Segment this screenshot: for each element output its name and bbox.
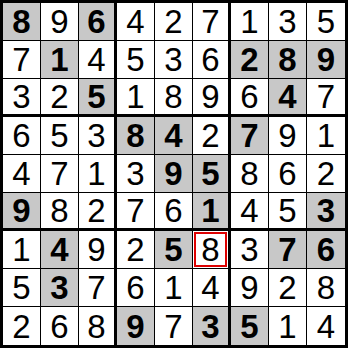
cell-r1c8[interactable]: 3 bbox=[269, 3, 307, 41]
cell-r2c6[interactable]: 6 bbox=[193, 41, 231, 79]
cell-r2c3[interactable]: 4 bbox=[79, 41, 117, 79]
cell-r8c9[interactable]: 8 bbox=[307, 269, 345, 307]
cell-r8c2[interactable]: 3 bbox=[41, 269, 79, 307]
cell-r2c1[interactable]: 7 bbox=[3, 41, 41, 79]
cell-r1c9[interactable]: 5 bbox=[307, 3, 345, 41]
cell-r1c1[interactable]: 8 bbox=[3, 3, 41, 41]
cell-r5c6[interactable]: 5 bbox=[193, 155, 231, 193]
cell-r9c5[interactable]: 7 bbox=[155, 307, 193, 345]
cell-r5c2[interactable]: 7 bbox=[41, 155, 79, 193]
cell-r7c9[interactable]: 6 bbox=[307, 231, 345, 269]
cell-r3c3[interactable]: 5 bbox=[79, 79, 117, 117]
cell-r9c8[interactable]: 1 bbox=[269, 307, 307, 345]
cell-r7c3[interactable]: 9 bbox=[79, 231, 117, 269]
cell-r3c9[interactable]: 7 bbox=[307, 79, 345, 117]
cell-r5c7[interactable]: 8 bbox=[231, 155, 269, 193]
cell-r3c2[interactable]: 2 bbox=[41, 79, 79, 117]
cell-r3c4[interactable]: 1 bbox=[117, 79, 155, 117]
cell-r7c8[interactable]: 7 bbox=[269, 231, 307, 269]
cell-r1c5[interactable]: 2 bbox=[155, 3, 193, 41]
cell-r8c4[interactable]: 6 bbox=[117, 269, 155, 307]
cell-r7c5[interactable]: 5 bbox=[155, 231, 193, 269]
cell-r9c2[interactable]: 6 bbox=[41, 307, 79, 345]
cell-r8c8[interactable]: 2 bbox=[269, 269, 307, 307]
cell-r5c8[interactable]: 6 bbox=[269, 155, 307, 193]
cell-r6c2[interactable]: 8 bbox=[41, 193, 79, 231]
cell-r2c2[interactable]: 1 bbox=[41, 41, 79, 79]
cell-r6c5[interactable]: 6 bbox=[155, 193, 193, 231]
cell-r8c3[interactable]: 7 bbox=[79, 269, 117, 307]
cell-r5c5[interactable]: 9 bbox=[155, 155, 193, 193]
cell-r6c7[interactable]: 4 bbox=[231, 193, 269, 231]
cell-r9c3[interactable]: 8 bbox=[79, 307, 117, 345]
cell-r5c4[interactable]: 3 bbox=[117, 155, 155, 193]
cell-r6c8[interactable]: 5 bbox=[269, 193, 307, 231]
cell-r4c7[interactable]: 7 bbox=[231, 117, 269, 155]
cell-r6c9[interactable]: 3 bbox=[307, 193, 345, 231]
cell-r2c7[interactable]: 2 bbox=[231, 41, 269, 79]
cell-r5c9[interactable]: 2 bbox=[307, 155, 345, 193]
cell-r8c6[interactable]: 4 bbox=[193, 269, 231, 307]
cell-r3c7[interactable]: 6 bbox=[231, 79, 269, 117]
cell-r3c1[interactable]: 3 bbox=[3, 79, 41, 117]
cell-r9c4[interactable]: 9 bbox=[117, 307, 155, 345]
cell-r3c6[interactable]: 9 bbox=[193, 79, 231, 117]
cell-r4c3[interactable]: 3 bbox=[79, 117, 117, 155]
cell-r2c4[interactable]: 5 bbox=[117, 41, 155, 79]
cell-r8c5[interactable]: 1 bbox=[155, 269, 193, 307]
cell-r4c2[interactable]: 5 bbox=[41, 117, 79, 155]
cell-r4c4[interactable]: 8 bbox=[117, 117, 155, 155]
cell-r3c5[interactable]: 8 bbox=[155, 79, 193, 117]
cell-r3c8[interactable]: 4 bbox=[269, 79, 307, 117]
cell-r2c9[interactable]: 9 bbox=[307, 41, 345, 79]
cell-r7c1[interactable]: 1 bbox=[3, 231, 41, 269]
cell-r5c3[interactable]: 1 bbox=[79, 155, 117, 193]
cell-r1c3[interactable]: 6 bbox=[79, 3, 117, 41]
cell-r6c1[interactable]: 9 bbox=[3, 193, 41, 231]
cell-r1c4[interactable]: 4 bbox=[117, 3, 155, 41]
cell-r8c7[interactable]: 9 bbox=[231, 269, 269, 307]
cell-r9c7[interactable]: 5 bbox=[231, 307, 269, 345]
sudoku-board: 8964271357145362893251896476538427914713… bbox=[0, 0, 348, 348]
cell-r7c2[interactable]: 4 bbox=[41, 231, 79, 269]
cell-r8c1[interactable]: 5 bbox=[3, 269, 41, 307]
cell-r6c6[interactable]: 1 bbox=[193, 193, 231, 231]
cell-r5c1[interactable]: 4 bbox=[3, 155, 41, 193]
cell-r4c8[interactable]: 9 bbox=[269, 117, 307, 155]
cell-r1c2[interactable]: 9 bbox=[41, 3, 79, 41]
cell-r6c4[interactable]: 7 bbox=[117, 193, 155, 231]
cell-r2c8[interactable]: 8 bbox=[269, 41, 307, 79]
cell-r9c1[interactable]: 2 bbox=[3, 307, 41, 345]
selected-cell-outline bbox=[194, 232, 227, 267]
cell-r9c6[interactable]: 3 bbox=[193, 307, 231, 345]
cell-r6c3[interactable]: 2 bbox=[79, 193, 117, 231]
cell-r7c7[interactable]: 3 bbox=[231, 231, 269, 269]
cell-r4c6[interactable]: 2 bbox=[193, 117, 231, 155]
cell-r2c5[interactable]: 3 bbox=[155, 41, 193, 79]
cell-r9c9[interactable]: 4 bbox=[307, 307, 345, 345]
cell-r4c9[interactable]: 1 bbox=[307, 117, 345, 155]
cell-r1c7[interactable]: 1 bbox=[231, 3, 269, 41]
cell-r1c6[interactable]: 7 bbox=[193, 3, 231, 41]
cell-r4c5[interactable]: 4 bbox=[155, 117, 193, 155]
cell-r4c1[interactable]: 6 bbox=[3, 117, 41, 155]
cell-r7c4[interactable]: 2 bbox=[117, 231, 155, 269]
cell-r7c6[interactable]: 8 bbox=[193, 231, 231, 269]
